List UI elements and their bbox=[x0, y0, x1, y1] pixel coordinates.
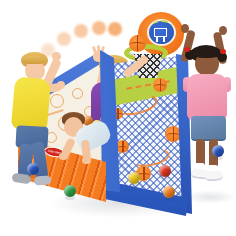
ghost-ball bbox=[92, 21, 106, 35]
play-ball bbox=[128, 172, 140, 184]
boy-side-hand bbox=[57, 81, 65, 89]
play-ball bbox=[159, 165, 171, 177]
flying-basketball bbox=[129, 35, 146, 52]
play-ball bbox=[212, 145, 224, 157]
hoop-graphic-leg bbox=[156, 36, 158, 42]
boy-yellow-shirt bbox=[11, 77, 51, 132]
girl2-pink-shirt bbox=[187, 74, 227, 120]
play-ball bbox=[27, 163, 39, 175]
girl2-fringe bbox=[193, 48, 220, 58]
play-ball bbox=[163, 186, 175, 198]
toddler-hand bbox=[82, 157, 91, 164]
toddler-hand bbox=[59, 153, 68, 160]
basketball-doodle-icon bbox=[72, 88, 83, 99]
girl2-sneaker bbox=[205, 170, 224, 181]
girl2-hand bbox=[181, 24, 189, 33]
boy-fringe bbox=[23, 56, 45, 64]
play-ball bbox=[64, 185, 76, 197]
girl2-hair-bow bbox=[184, 47, 190, 52]
hoop-graphic-leg bbox=[163, 36, 165, 42]
product-photo-scene: little tikes bbox=[0, 0, 236, 236]
girl2-denim-shorts bbox=[191, 116, 226, 141]
ghost-ball bbox=[41, 43, 55, 57]
girl2-hand bbox=[219, 26, 227, 35]
ghost-ball bbox=[57, 32, 71, 46]
ghost-ball bbox=[74, 24, 88, 38]
basketball-print-icon bbox=[165, 126, 181, 142]
ghost-ball bbox=[108, 22, 122, 36]
girl2-hair-bow bbox=[220, 49, 226, 54]
girl-reaching-hand bbox=[140, 56, 148, 64]
basketball-doodle-icon bbox=[50, 94, 64, 108]
basketball-print-icon bbox=[153, 78, 167, 92]
